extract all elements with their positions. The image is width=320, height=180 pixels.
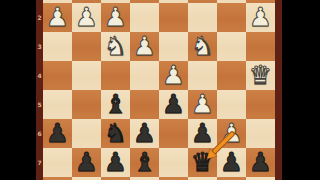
white-pawn[interactable]: ♟ bbox=[130, 32, 159, 61]
square-c2[interactable] bbox=[188, 3, 217, 32]
square-d6[interactable] bbox=[159, 119, 188, 148]
square-g5[interactable] bbox=[72, 90, 101, 119]
square-h5[interactable] bbox=[43, 90, 72, 119]
black-pawn[interactable]: ♟ bbox=[246, 148, 275, 177]
square-a6[interactable] bbox=[246, 119, 275, 148]
square-f7[interactable]: ♟ bbox=[101, 148, 130, 177]
white-pawn[interactable]: ♟ bbox=[188, 90, 217, 119]
square-b6[interactable]: ♟ bbox=[217, 119, 246, 148]
white-knight[interactable]: ♞ bbox=[188, 32, 217, 61]
square-d2[interactable] bbox=[159, 3, 188, 32]
square-c6[interactable]: ♟ bbox=[188, 119, 217, 148]
square-e7[interactable]: ♝ bbox=[130, 148, 159, 177]
white-pawn[interactable]: ♟ bbox=[217, 119, 246, 148]
black-pawn[interactable]: ♟ bbox=[101, 148, 130, 177]
rank-label-3: 3 bbox=[36, 32, 43, 61]
rank-label-5: 5 bbox=[36, 90, 43, 119]
square-h7[interactable] bbox=[43, 148, 72, 177]
square-c5[interactable]: ♟ bbox=[188, 90, 217, 119]
black-knight[interactable]: ♞ bbox=[101, 119, 130, 148]
square-e5[interactable] bbox=[130, 90, 159, 119]
square-h2[interactable]: ♟ bbox=[43, 3, 72, 32]
black-bishop[interactable]: ♝ bbox=[101, 90, 130, 119]
square-c4[interactable] bbox=[188, 61, 217, 90]
square-a3[interactable] bbox=[246, 32, 275, 61]
square-b2[interactable] bbox=[217, 3, 246, 32]
white-pawn[interactable]: ♟ bbox=[72, 3, 101, 32]
square-g4[interactable] bbox=[72, 61, 101, 90]
square-h6[interactable]: ♟ bbox=[43, 119, 72, 148]
screenshot-root: { "game": "chess", "view": "board-diagra… bbox=[0, 0, 320, 180]
square-c3[interactable]: ♞ bbox=[188, 32, 217, 61]
square-a7[interactable]: ♟ bbox=[246, 148, 275, 177]
square-d3[interactable] bbox=[159, 32, 188, 61]
square-d7[interactable] bbox=[159, 148, 188, 177]
square-g8[interactable]: ♜ bbox=[72, 177, 101, 180]
square-f6[interactable]: ♞ bbox=[101, 119, 130, 148]
black-pawn[interactable]: ♟ bbox=[217, 148, 246, 177]
black-pawn[interactable]: ♟ bbox=[43, 119, 72, 148]
white-pawn[interactable]: ♟ bbox=[246, 3, 275, 32]
square-e4[interactable] bbox=[130, 61, 159, 90]
black-king[interactable]: ♚ bbox=[130, 177, 159, 180]
square-e2[interactable] bbox=[130, 3, 159, 32]
square-f5[interactable]: ♝ bbox=[101, 90, 130, 119]
black-pawn[interactable]: ♟ bbox=[159, 90, 188, 119]
square-h8[interactable] bbox=[43, 177, 72, 180]
white-pawn[interactable]: ♟ bbox=[101, 3, 130, 32]
square-a2[interactable]: ♟ bbox=[246, 3, 275, 32]
rank-label-8: 8 bbox=[36, 177, 43, 180]
square-g2[interactable]: ♟ bbox=[72, 3, 101, 32]
rank-label-2: 2 bbox=[36, 3, 43, 32]
white-knight[interactable]: ♞ bbox=[101, 32, 130, 61]
square-e8[interactable]: ♚ bbox=[130, 177, 159, 180]
square-a8[interactable]: ♜ bbox=[246, 177, 275, 180]
square-d4[interactable]: ♟ bbox=[159, 61, 188, 90]
white-pawn[interactable]: ♟ bbox=[43, 3, 72, 32]
square-f3[interactable]: ♞ bbox=[101, 32, 130, 61]
rank-label-7: 7 bbox=[36, 148, 43, 177]
square-f8[interactable] bbox=[101, 177, 130, 180]
square-a5[interactable] bbox=[246, 90, 275, 119]
white-pawn[interactable]: ♟ bbox=[159, 61, 188, 90]
square-b5[interactable] bbox=[217, 90, 246, 119]
rank-label-4: 4 bbox=[36, 61, 43, 90]
square-f2[interactable]: ♟ bbox=[101, 3, 130, 32]
chess-board-frame: ♜♝♚♝♜♟♟♟♟♞♟♞♟♛♝♟♟♟♞♟♟♟♟♟♝♛♟♟♜♚♞♜ 1234567… bbox=[36, 0, 282, 180]
rank-label-6: 6 bbox=[36, 119, 43, 148]
square-b3[interactable] bbox=[217, 32, 246, 61]
black-rook[interactable]: ♜ bbox=[72, 177, 101, 180]
square-g7[interactable]: ♟ bbox=[72, 148, 101, 177]
chess-board: ♜♝♚♝♜♟♟♟♟♞♟♞♟♛♝♟♟♟♞♟♟♟♟♟♝♛♟♟♜♚♞♜ bbox=[43, 0, 275, 180]
black-knight[interactable]: ♞ bbox=[217, 177, 246, 180]
square-a4[interactable]: ♛ bbox=[246, 61, 275, 90]
white-queen[interactable]: ♛ bbox=[246, 61, 275, 90]
square-b7[interactable]: ♟ bbox=[217, 148, 246, 177]
square-c7[interactable]: ♛ bbox=[188, 148, 217, 177]
square-g3[interactable] bbox=[72, 32, 101, 61]
black-pawn[interactable]: ♟ bbox=[72, 148, 101, 177]
square-e3[interactable]: ♟ bbox=[130, 32, 159, 61]
square-e6[interactable]: ♟ bbox=[130, 119, 159, 148]
black-pawn[interactable]: ♟ bbox=[130, 119, 159, 148]
square-h3[interactable] bbox=[43, 32, 72, 61]
black-pawn[interactable]: ♟ bbox=[188, 119, 217, 148]
square-g6[interactable] bbox=[72, 119, 101, 148]
black-queen[interactable]: ♛ bbox=[188, 148, 217, 177]
square-c8[interactable] bbox=[188, 177, 217, 180]
square-d5[interactable]: ♟ bbox=[159, 90, 188, 119]
square-b4[interactable] bbox=[217, 61, 246, 90]
black-rook[interactable]: ♜ bbox=[246, 177, 275, 180]
square-f4[interactable] bbox=[101, 61, 130, 90]
square-b8[interactable]: ♞ bbox=[217, 177, 246, 180]
square-h4[interactable] bbox=[43, 61, 72, 90]
black-bishop[interactable]: ♝ bbox=[130, 148, 159, 177]
square-d8[interactable] bbox=[159, 177, 188, 180]
